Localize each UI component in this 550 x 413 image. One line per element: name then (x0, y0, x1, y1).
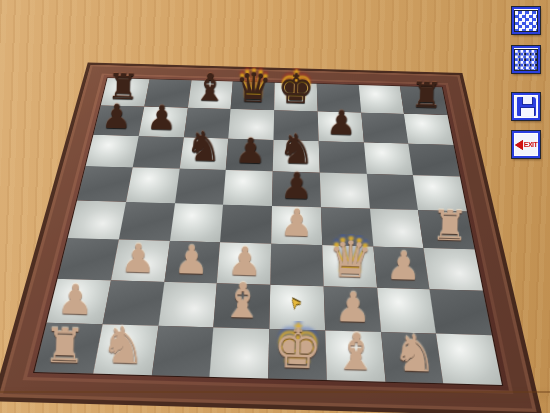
black-rook-h8[interactable]: ♜ (410, 77, 443, 113)
square-c5[interactable] (175, 169, 226, 205)
square-c2[interactable] (158, 281, 217, 327)
white-king-e1[interactable]: ♚ (273, 320, 324, 376)
square-e8[interactable]: ♚ (274, 83, 317, 112)
square-h1[interactable] (436, 334, 502, 385)
exit-button[interactable]: EXIT (512, 131, 540, 158)
square-h8[interactable]: ♜ (400, 86, 447, 115)
new-game-button[interactable] (512, 7, 540, 34)
square-e1[interactable]: ♚ (268, 329, 326, 380)
white-queen-f3[interactable]: ♛ (327, 233, 373, 284)
square-f1[interactable]: ♝ (325, 331, 385, 382)
square-f3[interactable]: ♛ (322, 245, 377, 287)
white-knight-g1[interactable]: ♞ (391, 329, 437, 380)
exit-arrow-icon: EXIT (515, 140, 538, 150)
black-king-e8[interactable]: ♚ (277, 68, 315, 110)
square-b5[interactable] (126, 168, 179, 204)
square-a1[interactable]: ♜ (34, 323, 102, 374)
square-a3[interactable] (58, 238, 119, 280)
square-c3[interactable]: ♟ (164, 241, 220, 283)
square-a6[interactable] (86, 135, 139, 168)
square-a5[interactable] (77, 166, 132, 202)
black-pawn-b7[interactable]: ♟ (146, 101, 177, 135)
white-pawn-c3[interactable]: ♟ (173, 240, 209, 280)
white-bishop-f1[interactable]: ♝ (333, 327, 379, 378)
board-grid[interactable]: ♜♝♛♚♜♟♟♟♞♟♞♟♟♜♟♟♟♛♟♟♝♟♜♞♚♝♞ (33, 77, 503, 386)
white-knight-b1[interactable]: ♞ (100, 320, 146, 371)
checkerboard-icon (514, 10, 538, 32)
square-e4[interactable]: ♟ (271, 206, 322, 245)
square-f7[interactable]: ♟ (317, 111, 363, 142)
square-g1[interactable]: ♞ (381, 332, 444, 383)
black-knight-c6[interactable]: ♞ (185, 127, 222, 168)
left-arrow-icon (515, 140, 523, 150)
white-rook-h4[interactable]: ♜ (430, 204, 468, 247)
white-pawn-g3[interactable]: ♟ (385, 246, 421, 286)
square-c6[interactable]: ♞ (179, 137, 228, 170)
white-pawn-e4[interactable]: ♟ (280, 204, 315, 242)
white-rook-a1[interactable]: ♜ (43, 321, 87, 370)
square-d1[interactable] (210, 328, 270, 379)
square-g7[interactable] (361, 113, 409, 144)
square-b6[interactable] (132, 136, 183, 169)
square-b1[interactable]: ♞ (93, 325, 158, 376)
square-b7[interactable]: ♟ (138, 106, 187, 137)
square-g3[interactable]: ♟ (373, 246, 430, 289)
square-e3[interactable] (270, 244, 323, 286)
square-h6[interactable] (408, 143, 459, 176)
square-g4[interactable] (369, 209, 423, 248)
square-f6[interactable] (318, 141, 366, 174)
black-queen-d8[interactable]: ♛ (234, 66, 272, 108)
black-pawn-f7[interactable]: ♟ (326, 106, 357, 140)
square-a7[interactable]: ♟ (93, 105, 144, 136)
black-pawn-d6[interactable]: ♟ (234, 134, 266, 169)
square-d2[interactable]: ♝ (214, 283, 271, 329)
square-h7[interactable] (404, 114, 453, 145)
square-c8[interactable]: ♝ (187, 80, 232, 109)
save-game-button[interactable] (512, 93, 540, 120)
square-a4[interactable] (68, 201, 126, 240)
white-bishop-d2[interactable]: ♝ (220, 277, 264, 326)
white-pawn-b3[interactable]: ♟ (120, 238, 156, 278)
floppy-disk-icon (517, 97, 536, 116)
square-f5[interactable] (320, 173, 370, 209)
board-frame: ♜♝♛♚♜♟♟♟♞♟♞♟♟♜♟♟♟♛♟♟♝♟♜♞♚♝♞ (0, 63, 543, 413)
square-g8[interactable] (358, 85, 404, 114)
square-h3[interactable] (424, 248, 483, 291)
square-g6[interactable] (363, 142, 413, 175)
square-b3[interactable]: ♟ (111, 239, 170, 281)
black-pawn-a7[interactable]: ♟ (102, 100, 133, 134)
chess-app-window: ♜♝♛♚♜♟♟♟♞♟♞♟♟♜♟♟♟♛♟♟♝♟♜♞♚♝♞ ➤ EXIT (0, 0, 550, 413)
checkerboard-pieces-icon (514, 49, 538, 71)
square-d8[interactable]: ♛ (231, 82, 275, 111)
square-d5[interactable] (223, 170, 272, 206)
square-g5[interactable] (366, 174, 418, 210)
white-pawn-a2[interactable]: ♟ (57, 279, 95, 321)
square-d6[interactable]: ♟ (226, 138, 273, 171)
square-c1[interactable] (151, 326, 213, 377)
square-h2[interactable] (430, 289, 492, 336)
board-3d-scene: ♜♝♛♚♜♟♟♟♞♟♞♟♟♜♟♟♟♛♟♟♝♟♜♞♚♝♞ (0, 0, 550, 413)
exit-label: EXIT (524, 141, 538, 148)
black-pawn-e5[interactable]: ♟ (280, 168, 313, 205)
setup-position-button[interactable] (512, 46, 540, 73)
black-bishop-c8[interactable]: ♝ (193, 69, 227, 107)
square-h4[interactable]: ♜ (418, 210, 474, 249)
